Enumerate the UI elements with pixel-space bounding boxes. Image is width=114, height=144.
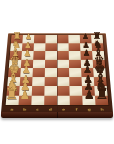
file-label-g: g — [83, 107, 96, 111]
file-label-b: b — [18, 107, 31, 111]
square-c3[interactable] — [32, 77, 45, 86]
square-d2[interactable] — [44, 86, 57, 95]
coordinate-strip: abcdefgh — [5, 107, 109, 111]
file-label-f: f — [70, 107, 83, 111]
square-e8[interactable] — [57, 35, 69, 43]
board-side-edge — [1, 112, 113, 118]
square-f7[interactable] — [69, 43, 81, 51]
file-label-d: d — [44, 107, 57, 111]
piece-black-pawn[interactable]: ♟ — [84, 89, 95, 101]
square-d6[interactable] — [45, 51, 57, 59]
square-c1[interactable] — [31, 95, 44, 105]
piece-white-pawn[interactable]: ♟ — [19, 89, 30, 101]
square-d5[interactable] — [45, 59, 57, 68]
square-c8[interactable] — [34, 35, 46, 43]
square-e5[interactable] — [57, 59, 69, 68]
square-f5[interactable] — [69, 59, 81, 68]
square-e1[interactable] — [57, 95, 70, 105]
file-label-e: e — [57, 107, 70, 111]
square-c4[interactable] — [33, 68, 45, 77]
square-e7[interactable] — [57, 43, 69, 51]
hinge-seam — [57, 35, 58, 112]
square-d4[interactable] — [45, 68, 57, 77]
square-f1[interactable] — [70, 95, 83, 105]
chess-set-photo: abcdefgh ♜♟♟♜♞♟♟♞♝♟♟♝♛♟♟♛♚♟♟♚♝♟♟♝♞♟♟♞♜♟♟… — [0, 0, 114, 144]
square-d7[interactable] — [45, 43, 57, 51]
square-e2[interactable] — [57, 86, 70, 95]
square-f8[interactable] — [68, 35, 80, 43]
square-e3[interactable] — [57, 77, 69, 86]
square-d3[interactable] — [45, 77, 57, 86]
square-f3[interactable] — [69, 77, 82, 86]
square-f2[interactable] — [69, 86, 82, 95]
square-e6[interactable] — [57, 51, 69, 59]
square-f6[interactable] — [69, 51, 81, 59]
file-label-h: h — [96, 107, 109, 111]
square-c6[interactable] — [33, 51, 45, 59]
file-label-a: a — [5, 107, 18, 111]
box-seam — [57, 112, 58, 118]
square-d1[interactable] — [44, 95, 57, 105]
square-e4[interactable] — [57, 68, 69, 77]
square-c5[interactable] — [33, 59, 45, 68]
square-f4[interactable] — [69, 68, 81, 77]
square-c2[interactable] — [32, 86, 45, 95]
file-label-c: c — [31, 107, 44, 111]
piece-black-rook[interactable]: ♜ — [95, 87, 109, 102]
piece-white-rook[interactable]: ♜ — [5, 87, 19, 102]
square-c7[interactable] — [34, 43, 46, 51]
square-d8[interactable] — [45, 35, 57, 43]
